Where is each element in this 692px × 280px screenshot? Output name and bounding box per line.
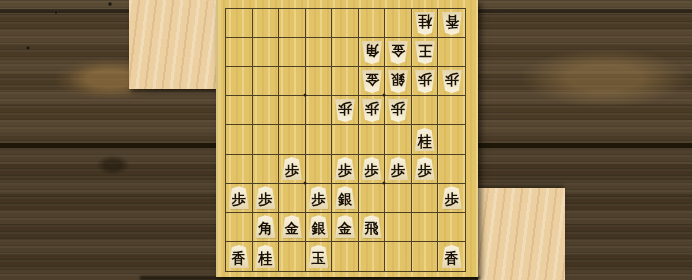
board-cell[interactable]: 玉: [306, 242, 333, 271]
piece-gote-pawn[interactable]: 歩: [442, 70, 462, 93]
wood-knot: [96, 155, 130, 175]
board-cell[interactable]: [359, 9, 386, 38]
piece-gote-gold[interactable]: 金: [388, 41, 408, 64]
board-cell[interactable]: [226, 9, 253, 38]
board-cell[interactable]: [306, 125, 333, 154]
board-grid: 桂香角金王金銀歩歩歩歩歩桂歩歩歩歩歩歩歩歩銀歩角金銀金飛香桂玉香: [225, 8, 466, 272]
board-cell[interactable]: [385, 125, 412, 154]
komadai-top-left: [129, 0, 216, 89]
board-cell[interactable]: [412, 213, 439, 242]
board-cell[interactable]: [306, 67, 333, 96]
piece-sente-knight[interactable]: 桂: [255, 245, 275, 268]
board-cell[interactable]: 歩: [306, 184, 333, 213]
board-cell[interactable]: 歩: [412, 155, 439, 184]
board-cell[interactable]: [385, 184, 412, 213]
board-cell[interactable]: 王: [412, 38, 439, 67]
board-cell[interactable]: 歩: [438, 67, 465, 96]
piece-sente-pawn[interactable]: 歩: [442, 186, 462, 209]
piece-sente-silver[interactable]: 銀: [335, 186, 355, 209]
shogi-board: 桂香角金王金銀歩歩歩歩歩桂歩歩歩歩歩歩歩歩銀歩角金銀金飛香桂玉香: [216, 0, 478, 277]
board-cell[interactable]: [306, 38, 333, 67]
piece-gote-pawn[interactable]: 歩: [388, 99, 408, 122]
piece-sente-pawn[interactable]: 歩: [388, 157, 408, 180]
board-cell[interactable]: [385, 213, 412, 242]
board-cell[interactable]: 角: [253, 213, 280, 242]
piece-sente-bishop[interactable]: 角: [255, 215, 275, 238]
board-cell[interactable]: 歩: [332, 155, 359, 184]
board-cell[interactable]: [385, 242, 412, 271]
piece-sente-gold[interactable]: 金: [282, 215, 302, 238]
board-cell[interactable]: [438, 155, 465, 184]
board-cell[interactable]: 歩: [385, 96, 412, 125]
board-cell[interactable]: [332, 67, 359, 96]
board-cell[interactable]: 桂: [253, 242, 280, 271]
piece-sente-gold[interactable]: 金: [335, 215, 355, 238]
piece-gote-lance[interactable]: 香: [442, 12, 462, 35]
piece-gote-pawn[interactable]: 歩: [362, 99, 382, 122]
board-cell[interactable]: 桂: [412, 125, 439, 154]
piece-sente-knight[interactable]: 桂: [415, 128, 435, 151]
board-cell[interactable]: [332, 242, 359, 271]
board-cell[interactable]: 歩: [412, 67, 439, 96]
piece-gote-pawn[interactable]: 歩: [335, 99, 355, 122]
board-cell[interactable]: 香: [438, 242, 465, 271]
hoshi-dot: [303, 94, 306, 97]
board-cell[interactable]: 歩: [253, 184, 280, 213]
board-cell[interactable]: 歩: [438, 184, 465, 213]
piece-sente-pawn[interactable]: 歩: [308, 186, 328, 209]
board-cell[interactable]: [279, 38, 306, 67]
board-cell[interactable]: [359, 184, 386, 213]
piece-sente-silver[interactable]: 銀: [308, 215, 328, 238]
wood-grain-swirl: [520, 48, 690, 108]
board-cell[interactable]: 金: [385, 38, 412, 67]
board-cell[interactable]: 銀: [306, 213, 333, 242]
board-cell[interactable]: [279, 125, 306, 154]
piece-gote-gold[interactable]: 金: [362, 70, 382, 93]
board-cell[interactable]: [226, 213, 253, 242]
board-cell[interactable]: 飛: [359, 213, 386, 242]
board-cell[interactable]: [279, 9, 306, 38]
board-cell[interactable]: [412, 242, 439, 271]
board-cell[interactable]: 歩: [359, 155, 386, 184]
board-cell[interactable]: 歩: [359, 96, 386, 125]
board-cell[interactable]: [412, 96, 439, 125]
board-cell[interactable]: [279, 96, 306, 125]
piece-gote-knight[interactable]: 桂: [415, 12, 435, 35]
board-cell[interactable]: [279, 67, 306, 96]
piece-sente-lance[interactable]: 香: [442, 245, 462, 268]
board-cell[interactable]: 歩: [226, 184, 253, 213]
board-cell[interactable]: [359, 125, 386, 154]
board-cell[interactable]: [332, 9, 359, 38]
piece-sente-pawn[interactable]: 歩: [255, 186, 275, 209]
board-cell[interactable]: 桂: [412, 9, 439, 38]
board-cell[interactable]: 香: [226, 242, 253, 271]
board-cell[interactable]: [253, 125, 280, 154]
board-cell[interactable]: [253, 67, 280, 96]
hoshi-dot: [303, 181, 306, 184]
piece-sente-pawn[interactable]: 歩: [362, 157, 382, 180]
piece-sente-pawn[interactable]: 歩: [229, 186, 249, 209]
komadai-bottom-right: [478, 188, 565, 280]
shogi-scene: 桂香角金王金銀歩歩歩歩歩桂歩歩歩歩歩歩歩歩銀歩角金銀金飛香桂玉香: [0, 0, 692, 280]
board-cell[interactable]: [332, 125, 359, 154]
board-cell[interactable]: [226, 155, 253, 184]
board-cell[interactable]: [332, 38, 359, 67]
board-cell[interactable]: 香: [438, 9, 465, 38]
board-cell[interactable]: [253, 96, 280, 125]
board-cell[interactable]: [226, 125, 253, 154]
piece-gote-pawn[interactable]: 歩: [415, 70, 435, 93]
board-cell[interactable]: [226, 38, 253, 67]
board-cell[interactable]: 銀: [332, 184, 359, 213]
piece-sente-king[interactable]: 玉: [308, 245, 328, 268]
piece-sente-lance[interactable]: 香: [229, 245, 249, 268]
piece-gote-bishop[interactable]: 角: [362, 41, 382, 64]
board-cell[interactable]: [438, 96, 465, 125]
board-cell[interactable]: [226, 67, 253, 96]
board-cell[interactable]: 歩: [332, 96, 359, 125]
board-cell[interactable]: 金: [332, 213, 359, 242]
board-cell[interactable]: 金: [359, 67, 386, 96]
piece-gote-silver[interactable]: 銀: [388, 70, 408, 93]
board-cell[interactable]: [438, 213, 465, 242]
board-cell[interactable]: [279, 242, 306, 271]
hoshi-dot: [383, 181, 386, 184]
board-cell[interactable]: 歩: [279, 155, 306, 184]
board-cell[interactable]: [359, 242, 386, 271]
board-cell[interactable]: [253, 38, 280, 67]
board-cell[interactable]: [306, 9, 333, 38]
nail-dot: [26, 46, 30, 50]
board-cell[interactable]: 銀: [385, 67, 412, 96]
board-cell[interactable]: 歩: [385, 155, 412, 184]
board-cell[interactable]: [412, 184, 439, 213]
piece-gote-king[interactable]: 王: [415, 41, 435, 64]
board-cell[interactable]: [253, 9, 280, 38]
hoshi-dot: [383, 94, 386, 97]
board-cell[interactable]: 金: [279, 213, 306, 242]
board-cell[interactable]: [253, 155, 280, 184]
piece-sente-pawn[interactable]: 歩: [415, 157, 435, 180]
nail-dot: [54, 10, 58, 14]
piece-sente-rook[interactable]: 飛: [362, 215, 382, 238]
piece-sente-pawn[interactable]: 歩: [282, 157, 302, 180]
board-cell[interactable]: [306, 96, 333, 125]
board-cell[interactable]: [438, 38, 465, 67]
piece-sente-pawn[interactable]: 歩: [335, 157, 355, 180]
board-cell[interactable]: [385, 9, 412, 38]
board-cell[interactable]: [279, 184, 306, 213]
board-cell[interactable]: [438, 125, 465, 154]
board-cell[interactable]: 角: [359, 38, 386, 67]
nail-dot: [108, 2, 112, 6]
board-cell[interactable]: [306, 155, 333, 184]
board-cell[interactable]: [226, 96, 253, 125]
